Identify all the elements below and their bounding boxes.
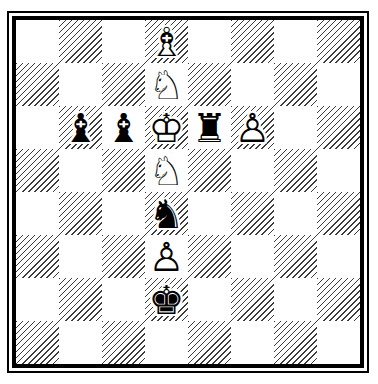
piece-glyph: ♔	[145, 106, 188, 149]
square-a2[interactable]	[16, 278, 59, 321]
piece-white-king: ♚♔	[145, 106, 188, 149]
chess-board: ♝♗♞♘♝♝♝♝♚♔♜♜♟♙♞♘♞♞♟♙♚♚	[7, 11, 369, 373]
piece-glyph: ♘	[145, 63, 188, 106]
square-h8[interactable]	[317, 20, 360, 63]
square-d7[interactable]: ♞♘	[145, 63, 188, 106]
square-b1[interactable]	[59, 321, 102, 364]
square-f4[interactable]	[231, 192, 274, 235]
square-c2[interactable]	[102, 278, 145, 321]
square-g2[interactable]	[274, 278, 317, 321]
piece-glyph: ♙	[231, 106, 274, 149]
square-e2[interactable]	[188, 278, 231, 321]
square-g8[interactable]	[274, 20, 317, 63]
square-c4[interactable]	[102, 192, 145, 235]
piece-glyph: ♝	[59, 106, 102, 149]
square-f6[interactable]: ♟♙	[231, 106, 274, 149]
square-b3[interactable]	[59, 235, 102, 278]
square-b5[interactable]	[59, 149, 102, 192]
square-d2[interactable]: ♚♚	[145, 278, 188, 321]
square-f8[interactable]	[231, 20, 274, 63]
square-b2[interactable]	[59, 278, 102, 321]
square-g3[interactable]	[274, 235, 317, 278]
piece-glyph: ♗	[145, 20, 188, 63]
square-a3[interactable]	[16, 235, 59, 278]
square-h3[interactable]	[317, 235, 360, 278]
square-e5[interactable]	[188, 149, 231, 192]
piece-glyph: ♚	[145, 278, 188, 321]
piece-glyph: ♝	[102, 106, 145, 149]
square-e3[interactable]	[188, 235, 231, 278]
square-g6[interactable]	[274, 106, 317, 149]
piece-white-pawn: ♟♙	[231, 106, 274, 149]
square-h7[interactable]	[317, 63, 360, 106]
square-g7[interactable]	[274, 63, 317, 106]
piece-white-bishop: ♝♗	[145, 20, 188, 63]
square-d3[interactable]: ♟♙	[145, 235, 188, 278]
square-e7[interactable]	[188, 63, 231, 106]
piece-glyph: ♞	[145, 192, 188, 235]
square-f3[interactable]	[231, 235, 274, 278]
square-g1[interactable]	[274, 321, 317, 364]
square-f7[interactable]	[231, 63, 274, 106]
square-d5[interactable]: ♞♘	[145, 149, 188, 192]
square-d6[interactable]: ♚♔	[145, 106, 188, 149]
square-e1[interactable]	[188, 321, 231, 364]
square-c3[interactable]	[102, 235, 145, 278]
square-h6[interactable]	[317, 106, 360, 149]
square-a1[interactable]	[16, 321, 59, 364]
square-f5[interactable]	[231, 149, 274, 192]
piece-glyph: ♜	[188, 106, 231, 149]
square-a8[interactable]	[16, 20, 59, 63]
board-grid: ♝♗♞♘♝♝♝♝♚♔♜♜♟♙♞♘♞♞♟♙♚♚	[16, 20, 360, 364]
square-h1[interactable]	[317, 321, 360, 364]
board-inner-frame: ♝♗♞♘♝♝♝♝♚♔♜♜♟♙♞♘♞♞♟♙♚♚	[12, 16, 364, 368]
piece-glyph: ♙	[145, 235, 188, 278]
square-g5[interactable]	[274, 149, 317, 192]
square-g4[interactable]	[274, 192, 317, 235]
square-a7[interactable]	[16, 63, 59, 106]
square-h2[interactable]	[317, 278, 360, 321]
square-b8[interactable]	[59, 20, 102, 63]
square-a6[interactable]	[16, 106, 59, 149]
square-c6[interactable]: ♝♝	[102, 106, 145, 149]
square-h4[interactable]	[317, 192, 360, 235]
square-c1[interactable]	[102, 321, 145, 364]
square-e4[interactable]	[188, 192, 231, 235]
square-b6[interactable]: ♝♝	[59, 106, 102, 149]
square-c8[interactable]	[102, 20, 145, 63]
square-f1[interactable]	[231, 321, 274, 364]
square-b4[interactable]	[59, 192, 102, 235]
square-e8[interactable]	[188, 20, 231, 63]
piece-white-knight: ♞♘	[145, 149, 188, 192]
square-c5[interactable]	[102, 149, 145, 192]
square-f2[interactable]	[231, 278, 274, 321]
piece-glyph: ♘	[145, 149, 188, 192]
piece-white-pawn: ♟♙	[145, 235, 188, 278]
piece-white-knight: ♞♘	[145, 63, 188, 106]
square-b7[interactable]	[59, 63, 102, 106]
square-c7[interactable]	[102, 63, 145, 106]
square-d4[interactable]: ♞♞	[145, 192, 188, 235]
piece-black-bishop: ♝♝	[59, 106, 102, 149]
square-a5[interactable]	[16, 149, 59, 192]
piece-black-knight: ♞♞	[145, 192, 188, 235]
square-d8[interactable]: ♝♗	[145, 20, 188, 63]
piece-black-rook: ♜♜	[188, 106, 231, 149]
square-h5[interactable]	[317, 149, 360, 192]
square-e6[interactable]: ♜♜	[188, 106, 231, 149]
square-a4[interactable]	[16, 192, 59, 235]
piece-black-king: ♚♚	[145, 278, 188, 321]
square-d1[interactable]	[145, 321, 188, 364]
piece-black-bishop: ♝♝	[102, 106, 145, 149]
